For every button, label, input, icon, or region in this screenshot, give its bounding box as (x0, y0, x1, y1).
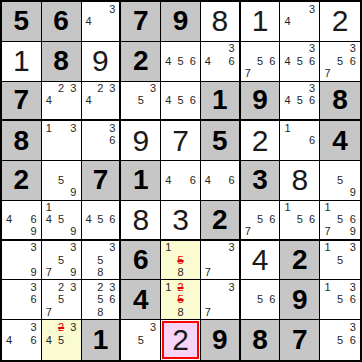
cell-r3c3[interactable]: 234 (82, 82, 122, 122)
cell-r2c2[interactable]: 8 (42, 42, 82, 82)
candidate-6: 6 (28, 334, 40, 347)
pencil-marks: 37 (202, 242, 238, 279)
pencil-marks: 346 (3, 321, 40, 359)
cell-r4c7[interactable]: 2 (241, 121, 281, 161)
candidate-2: 2 (94, 281, 106, 293)
cell-r1c2[interactable]: 6 (42, 2, 82, 42)
candidate-5: 5 (334, 174, 347, 186)
pencil-marks: 37 (202, 281, 238, 318)
candidate-3: 3 (28, 281, 40, 293)
cell-r7c6[interactable]: 37 (201, 241, 241, 281)
cell-r5c9[interactable]: 59 (320, 161, 360, 201)
candidate-5-struck: 5 (174, 294, 186, 306)
pencil-marks: 46 (162, 162, 199, 199)
given-digit: 7 (14, 86, 30, 114)
cell-r8c2[interactable]: 2357 (42, 280, 82, 320)
candidate-5: 5 (55, 254, 67, 266)
pencil-marks: 234 (83, 83, 119, 119)
candidate-3: 3 (67, 122, 79, 134)
cell-r1c5[interactable]: 9 (161, 2, 201, 42)
candidate-1: 1 (321, 202, 334, 214)
cell-r4c2[interactable]: 13 (42, 121, 82, 161)
pencil-marks: 135 (321, 242, 359, 279)
cell-r6c6[interactable]: 2 (201, 201, 241, 241)
pencil-marks: 356 (321, 321, 359, 359)
pencil-marks: 13 (43, 122, 80, 159)
candidate-3: 3 (346, 242, 359, 254)
cell-r5c6[interactable]: 46 (201, 161, 241, 201)
cell-r5c8[interactable]: 8 (280, 161, 320, 201)
cell-r6c1[interactable]: 469 (2, 201, 42, 241)
cell-r7c9[interactable]: 135 (320, 241, 360, 281)
candidate-7: 7 (321, 67, 334, 79)
candidate-4: 4 (202, 174, 214, 186)
given-digit: 2 (292, 246, 308, 274)
cell-r7c5[interactable]: 158 (161, 241, 201, 281)
candidate-3: 3 (226, 242, 238, 254)
cell-r2c5[interactable]: 456 (161, 42, 201, 82)
cell-r3c1[interactable]: 7 (2, 82, 42, 122)
candidate-5: 5 (334, 55, 347, 67)
cell-r3c5[interactable]: 456 (161, 82, 201, 122)
given-digit: 4 (133, 286, 149, 314)
candidate-3: 3 (67, 83, 79, 95)
candidate-7: 7 (321, 226, 334, 238)
candidate-9: 9 (346, 226, 359, 238)
cell-r3c2[interactable]: 234 (42, 82, 82, 122)
cell-r1c3[interactable]: 34 (82, 2, 122, 42)
solved-digit: 3 (172, 205, 189, 235)
pencil-marks: 469 (3, 202, 40, 238)
cell-r4c8[interactable]: 16 (280, 121, 320, 161)
candidate-4: 4 (281, 94, 293, 106)
cell-r5c4[interactable]: 1 (121, 161, 161, 201)
cell-r6c9[interactable]: 15679 (320, 201, 360, 241)
candidate-5: 5 (55, 294, 67, 306)
cell-r2c9[interactable]: 3567 (320, 42, 360, 82)
candidate-3: 3 (106, 281, 118, 293)
cell-r3c4[interactable]: 35 (121, 82, 161, 122)
cell-r7c3[interactable]: 358 (82, 241, 122, 281)
pencil-marks: 34 (281, 3, 318, 40)
candidate-1: 1 (321, 242, 334, 254)
given-digit: 8 (14, 127, 30, 155)
candidate-5: 5 (55, 214, 67, 226)
candidate-5: 5 (294, 94, 306, 106)
candidate-2-struck: 2 (174, 281, 186, 293)
candidate-1: 1 (162, 242, 174, 254)
candidate-5-struck: 5 (174, 254, 186, 266)
candidate-4: 4 (202, 55, 214, 67)
pencil-marks: 34 (83, 3, 119, 40)
candidate-6: 6 (106, 135, 118, 147)
cell-r9c2[interactable]: 2345 (42, 320, 82, 360)
cell-r4c9[interactable]: 4 (320, 121, 360, 161)
candidate-4: 4 (162, 55, 174, 67)
solved-digit: 9 (132, 126, 149, 156)
candidate-6: 6 (346, 214, 359, 226)
solved-digit: 2 (332, 6, 349, 36)
candidate-1: 1 (43, 122, 55, 134)
candidate-2: 2 (55, 281, 67, 293)
pencil-marks: 59 (321, 162, 359, 199)
candidate-6: 6 (306, 135, 318, 147)
candidate-5: 5 (254, 294, 266, 306)
pencil-marks: 3456 (281, 83, 318, 119)
candidate-3: 3 (346, 43, 359, 55)
candidate-1: 1 (43, 202, 55, 214)
pencil-marks: 1459 (43, 202, 80, 238)
candidate-6: 6 (187, 174, 199, 186)
solved-digit: 2 (172, 325, 189, 355)
cell-r6c2[interactable]: 1459 (42, 201, 82, 241)
given-digit: 6 (53, 7, 69, 35)
cell-r1c9[interactable]: 2 (320, 2, 360, 42)
cell-r2c3[interactable]: 9 (82, 42, 122, 82)
given-digit: 7 (93, 166, 109, 194)
given-digit: 1 (133, 166, 149, 194)
candidate-4: 4 (83, 15, 95, 27)
candidate-3: 3 (106, 3, 118, 15)
cell-r7c8[interactable]: 2 (280, 241, 320, 281)
candidate-6: 6 (28, 214, 40, 226)
cell-r5c2[interactable]: 59 (42, 161, 82, 201)
candidate-9: 9 (346, 187, 359, 199)
candidate-6: 6 (266, 294, 278, 306)
pencil-marks: 39 (3, 242, 40, 279)
pencil-marks: 358 (83, 242, 119, 279)
pencil-marks: 16 (281, 122, 318, 159)
solved-digit: 1 (13, 46, 30, 76)
given-digit: 9 (173, 7, 189, 35)
cell-r6c7[interactable]: 567 (241, 201, 281, 241)
cell-r8c5[interactable]: 1258 (161, 280, 201, 320)
candidate-4: 4 (43, 94, 55, 106)
cell-r3c7[interactable]: 9 (241, 82, 281, 122)
cell-r2c8[interactable]: 3456 (280, 42, 320, 82)
candidate-3: 3 (28, 242, 40, 254)
cell-r8c4[interactable]: 4 (121, 280, 161, 320)
cell-r1c4[interactable]: 7 (121, 2, 161, 42)
cell-r4c5[interactable]: 7 (161, 121, 201, 161)
cell-r8c1[interactable]: 36 (2, 280, 42, 320)
candidate-3: 3 (306, 83, 318, 95)
candidate-6: 6 (346, 334, 359, 347)
given-digit: 9 (212, 326, 228, 354)
candidate-7: 7 (242, 67, 254, 79)
candidate-1: 1 (281, 202, 293, 214)
cell-r3c8[interactable]: 3456 (280, 82, 320, 122)
cell-r9c6[interactable]: 9 (201, 320, 241, 360)
pencil-marks: 46 (202, 162, 238, 199)
candidate-5: 5 (135, 94, 147, 106)
cell-r7c4[interactable]: 6 (121, 241, 161, 281)
pencil-marks: 456 (162, 83, 199, 119)
candidate-6: 6 (266, 214, 278, 226)
candidate-3: 3 (28, 321, 40, 334)
pencil-marks: 35 (122, 321, 159, 359)
candidate-6: 6 (187, 55, 199, 67)
cell-r9c5[interactable]: 2 (161, 320, 201, 360)
pencil-marks: 567 (242, 202, 279, 238)
candidate-3: 3 (147, 321, 159, 334)
cell-r9c4[interactable]: 35 (121, 320, 161, 360)
given-digit: 5 (212, 127, 228, 155)
given-digit: 2 (212, 206, 228, 234)
given-digit: 1 (212, 86, 228, 114)
pencil-marks: 3579 (43, 242, 80, 279)
candidate-6: 6 (106, 214, 118, 226)
candidate-7: 7 (202, 266, 214, 278)
pencil-marks: 456 (83, 202, 119, 238)
solved-digit: 7 (172, 126, 189, 156)
candidate-1: 1 (321, 281, 334, 293)
cell-r6c5[interactable]: 3 (161, 201, 201, 241)
candidate-9: 9 (67, 266, 79, 278)
candidate-4: 4 (3, 214, 15, 226)
cell-r4c6[interactable]: 5 (201, 121, 241, 161)
cell-r2c4[interactable]: 2 (121, 42, 161, 82)
cell-r5c7[interactable]: 3 (241, 161, 281, 201)
candidate-7: 7 (43, 306, 55, 318)
cell-r8c6[interactable]: 37 (201, 280, 241, 320)
pencil-marks: 36 (3, 281, 40, 318)
cell-r3c9[interactable]: 8 (320, 82, 360, 122)
pencil-marks: 158 (162, 242, 199, 279)
candidate-4: 4 (281, 15, 293, 27)
cell-r4c3[interactable]: 36 (82, 121, 122, 161)
cell-r8c9[interactable]: 1356 (320, 280, 360, 320)
candidate-6: 6 (226, 55, 238, 67)
cell-r5c1[interactable]: 2 (2, 161, 42, 201)
candidate-7: 7 (43, 266, 55, 278)
cell-r6c8[interactable]: 156 (280, 201, 320, 241)
cell-r8c3[interactable]: 23568 (82, 280, 122, 320)
pencil-marks: 36 (83, 122, 119, 159)
pencil-marks: 3456 (281, 43, 318, 80)
candidate-5: 5 (334, 294, 347, 306)
candidate-5: 5 (334, 254, 347, 266)
cell-r9c8[interactable]: 7 (280, 320, 320, 360)
candidate-8: 8 (174, 266, 186, 278)
candidate-6: 6 (306, 55, 318, 67)
cell-r9c9[interactable]: 356 (320, 320, 360, 360)
candidate-4: 4 (83, 214, 95, 226)
candidate-9: 9 (28, 226, 40, 238)
candidate-5: 5 (294, 55, 306, 67)
candidate-3: 3 (346, 281, 359, 293)
candidate-5: 5 (174, 55, 186, 67)
given-digit: 7 (292, 326, 308, 354)
candidate-6: 6 (306, 94, 318, 106)
cell-r9c1[interactable]: 346 (2, 320, 42, 360)
given-digit: 8 (53, 47, 69, 75)
solved-digit: 9 (92, 46, 109, 76)
given-digit: 2 (14, 166, 30, 194)
candidate-5: 5 (94, 254, 106, 266)
candidate-1: 1 (281, 122, 293, 134)
cell-r1c6[interactable]: 8 (201, 2, 241, 42)
pencil-marks: 23568 (83, 281, 119, 318)
candidate-4: 4 (43, 334, 55, 347)
candidate-5: 5 (334, 214, 347, 226)
cell-r5c3[interactable]: 7 (82, 161, 122, 201)
pencil-marks: 346 (202, 43, 238, 80)
cell-r3c6[interactable]: 1 (201, 82, 241, 122)
candidate-6: 6 (266, 55, 278, 67)
cell-r9c7[interactable]: 8 (241, 320, 281, 360)
solved-digit: 8 (211, 6, 228, 36)
candidate-3: 3 (147, 83, 159, 95)
candidate-4: 4 (281, 55, 293, 67)
given-digit: 9 (252, 86, 268, 114)
candidate-5: 5 (94, 294, 106, 306)
candidate-7: 7 (242, 226, 254, 238)
candidate-5: 5 (55, 334, 67, 347)
candidate-3: 3 (106, 122, 118, 134)
given-digit: 6 (133, 246, 149, 274)
candidate-3: 3 (226, 281, 238, 293)
candidate-3: 3 (346, 321, 359, 334)
pencil-marks: 2357 (43, 281, 80, 318)
cell-r8c7[interactable]: 56 (241, 280, 281, 320)
solved-digit: 2 (252, 126, 269, 156)
candidate-4: 4 (162, 174, 174, 186)
cell-r4c4[interactable]: 9 (121, 121, 161, 161)
solved-digit: 8 (291, 165, 308, 195)
solved-digit: 8 (132, 205, 149, 235)
candidate-7: 7 (202, 306, 214, 318)
candidate-3: 3 (306, 3, 318, 15)
pencil-marks: 35 (122, 83, 159, 119)
sudoku-board: 5634798134218924563465673456356772342343… (0, 0, 362, 362)
candidate-8: 8 (94, 266, 106, 278)
candidate-4: 4 (3, 334, 15, 347)
pencil-marks: 156 (281, 202, 318, 238)
cell-r5c5[interactable]: 46 (161, 161, 201, 201)
pencil-marks: 1356 (321, 281, 359, 318)
solved-digit: 4 (252, 245, 269, 275)
pencil-marks: 59 (43, 162, 80, 199)
candidate-2: 2 (94, 83, 106, 95)
pencil-marks: 456 (162, 43, 199, 80)
given-digit: 5 (14, 7, 30, 35)
pencil-marks: 56 (242, 281, 279, 318)
pencil-marks: 3567 (321, 43, 359, 80)
cell-r8c8[interactable]: 9 (280, 280, 320, 320)
given-digit: 1 (93, 326, 109, 354)
candidate-9: 9 (67, 187, 79, 199)
candidate-6: 6 (306, 214, 318, 226)
pencil-marks: 567 (242, 43, 279, 80)
candidate-1: 1 (162, 281, 174, 293)
candidate-3: 3 (106, 83, 118, 95)
candidate-4: 4 (162, 94, 174, 106)
pencil-marks: 2345 (43, 321, 80, 359)
pencil-marks: 234 (43, 83, 80, 119)
candidate-6: 6 (28, 294, 40, 306)
candidate-2: 2 (55, 83, 67, 95)
given-digit: 2 (133, 47, 149, 75)
cell-r2c6[interactable]: 346 (201, 42, 241, 82)
given-digit: 3 (252, 166, 268, 194)
candidate-2-struck: 2 (55, 321, 67, 334)
cell-r6c3[interactable]: 456 (82, 201, 122, 241)
cell-r2c7[interactable]: 567 (241, 42, 281, 82)
candidate-5: 5 (334, 334, 347, 347)
given-digit: 8 (252, 326, 268, 354)
given-digit: 8 (332, 86, 348, 114)
candidate-3: 3 (226, 43, 238, 55)
candidate-8: 8 (94, 306, 106, 318)
cell-r7c7[interactable]: 4 (241, 241, 281, 281)
solved-digit: 1 (252, 6, 269, 36)
candidate-6: 6 (346, 294, 359, 306)
given-digit: 7 (133, 7, 149, 35)
candidate-3: 3 (306, 43, 318, 55)
cell-r7c2[interactable]: 3579 (42, 241, 82, 281)
candidate-4: 4 (83, 94, 95, 106)
candidate-3: 3 (67, 281, 79, 293)
candidate-9: 9 (67, 226, 79, 238)
candidate-3: 3 (67, 321, 79, 334)
candidate-5: 5 (254, 55, 266, 67)
given-digit: 4 (332, 127, 348, 155)
candidate-5: 5 (254, 214, 266, 226)
candidate-5: 5 (94, 214, 106, 226)
candidate-6: 6 (187, 94, 199, 106)
candidate-6: 6 (226, 174, 238, 186)
cell-r9c3[interactable]: 1 (82, 320, 122, 360)
cell-r1c7[interactable]: 1 (241, 2, 281, 42)
candidate-9: 9 (28, 266, 40, 278)
cell-r1c8[interactable]: 34 (280, 2, 320, 42)
candidate-5: 5 (174, 94, 186, 106)
pencil-marks: 15679 (321, 202, 359, 238)
candidate-3: 3 (106, 242, 118, 254)
given-digit: 9 (292, 286, 308, 314)
cell-r7c1[interactable]: 39 (2, 241, 42, 281)
candidate-3: 3 (67, 242, 79, 254)
cell-r1c1[interactable]: 5 (2, 2, 42, 42)
candidate-5: 5 (55, 174, 67, 186)
candidate-4: 4 (43, 214, 55, 226)
candidate-5: 5 (294, 214, 306, 226)
candidate-6: 6 (346, 55, 359, 67)
cell-r4c1[interactable]: 8 (2, 121, 42, 161)
candidate-6: 6 (106, 294, 118, 306)
pencil-marks: 1258 (162, 281, 199, 318)
candidate-8: 8 (174, 306, 186, 318)
candidate-5: 5 (135, 334, 147, 347)
cell-r2c1[interactable]: 1 (2, 42, 42, 82)
cell-r6c4[interactable]: 8 (121, 201, 161, 241)
